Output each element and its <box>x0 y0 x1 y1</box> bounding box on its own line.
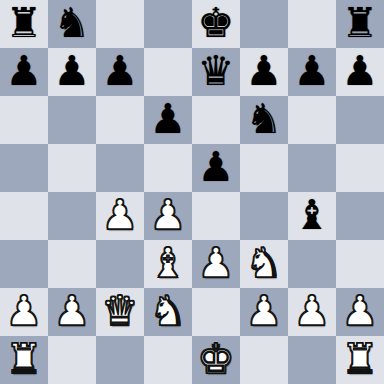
square-f7[interactable]: ♟ <box>240 48 288 96</box>
square-e5[interactable]: ♟ <box>192 144 240 192</box>
square-b7[interactable]: ♟ <box>48 48 96 96</box>
chess-board: ♜♞♚♜♟♟♟♛♟♟♟♟♞♟♟♟♝♝♟♞♟♟♛♞♟♟♟♜♚♜ <box>0 0 384 384</box>
piece-white-knight[interactable]: ♞ <box>150 288 187 335</box>
square-d4[interactable]: ♟ <box>144 192 192 240</box>
square-e6[interactable] <box>192 96 240 144</box>
piece-black-pawn[interactable]: ♟ <box>246 48 283 95</box>
square-g5[interactable] <box>288 144 336 192</box>
piece-white-knight[interactable]: ♞ <box>246 240 283 287</box>
piece-black-rook[interactable]: ♜ <box>342 0 379 47</box>
square-g3[interactable] <box>288 240 336 288</box>
square-a7[interactable]: ♟ <box>0 48 48 96</box>
square-e2[interactable] <box>192 288 240 336</box>
square-g8[interactable] <box>288 0 336 48</box>
square-d1[interactable] <box>144 336 192 384</box>
square-a8[interactable]: ♜ <box>0 0 48 48</box>
square-a3[interactable] <box>0 240 48 288</box>
square-c1[interactable] <box>96 336 144 384</box>
piece-white-rook[interactable]: ♜ <box>6 336 43 383</box>
square-h6[interactable] <box>336 96 384 144</box>
square-f4[interactable] <box>240 192 288 240</box>
square-f8[interactable] <box>240 0 288 48</box>
square-h7[interactable]: ♟ <box>336 48 384 96</box>
piece-black-pawn[interactable]: ♟ <box>102 48 139 95</box>
piece-white-pawn[interactable]: ♟ <box>6 288 43 335</box>
square-d7[interactable] <box>144 48 192 96</box>
square-c4[interactable]: ♟ <box>96 192 144 240</box>
square-a5[interactable] <box>0 144 48 192</box>
piece-black-pawn[interactable]: ♟ <box>54 48 91 95</box>
square-c2[interactable]: ♛ <box>96 288 144 336</box>
square-h1[interactable]: ♜ <box>336 336 384 384</box>
square-f2[interactable]: ♟ <box>240 288 288 336</box>
square-e1[interactable]: ♚ <box>192 336 240 384</box>
square-h3[interactable] <box>336 240 384 288</box>
piece-black-knight[interactable]: ♞ <box>246 96 283 143</box>
piece-white-pawn[interactable]: ♟ <box>150 192 187 239</box>
square-f5[interactable] <box>240 144 288 192</box>
piece-black-pawn[interactable]: ♟ <box>150 96 187 143</box>
square-d2[interactable]: ♞ <box>144 288 192 336</box>
square-c7[interactable]: ♟ <box>96 48 144 96</box>
square-e4[interactable] <box>192 192 240 240</box>
square-b1[interactable] <box>48 336 96 384</box>
square-f1[interactable] <box>240 336 288 384</box>
square-d5[interactable] <box>144 144 192 192</box>
square-b5[interactable] <box>48 144 96 192</box>
piece-black-pawn[interactable]: ♟ <box>342 48 379 95</box>
square-c5[interactable] <box>96 144 144 192</box>
piece-white-pawn[interactable]: ♟ <box>198 240 235 287</box>
square-c8[interactable] <box>96 0 144 48</box>
square-b6[interactable] <box>48 96 96 144</box>
square-b4[interactable] <box>48 192 96 240</box>
piece-white-queen[interactable]: ♛ <box>102 288 139 335</box>
square-h2[interactable]: ♟ <box>336 288 384 336</box>
square-e8[interactable]: ♚ <box>192 0 240 48</box>
square-d6[interactable]: ♟ <box>144 96 192 144</box>
square-g4[interactable]: ♝ <box>288 192 336 240</box>
piece-black-bishop[interactable]: ♝ <box>294 192 331 239</box>
square-a6[interactable] <box>0 96 48 144</box>
square-b8[interactable]: ♞ <box>48 0 96 48</box>
square-g1[interactable] <box>288 336 336 384</box>
square-a2[interactable]: ♟ <box>0 288 48 336</box>
piece-black-pawn[interactable]: ♟ <box>294 48 331 95</box>
square-f3[interactable]: ♞ <box>240 240 288 288</box>
piece-white-rook[interactable]: ♜ <box>342 336 379 383</box>
square-h4[interactable] <box>336 192 384 240</box>
piece-white-pawn[interactable]: ♟ <box>342 288 379 335</box>
piece-black-knight[interactable]: ♞ <box>54 0 91 47</box>
square-g6[interactable] <box>288 96 336 144</box>
square-f6[interactable]: ♞ <box>240 96 288 144</box>
piece-white-pawn[interactable]: ♟ <box>54 288 91 335</box>
square-e3[interactable]: ♟ <box>192 240 240 288</box>
square-d3[interactable]: ♝ <box>144 240 192 288</box>
square-c3[interactable] <box>96 240 144 288</box>
square-d8[interactable] <box>144 0 192 48</box>
square-e7[interactable]: ♛ <box>192 48 240 96</box>
square-b3[interactable] <box>48 240 96 288</box>
square-h5[interactable] <box>336 144 384 192</box>
square-a4[interactable] <box>0 192 48 240</box>
square-h8[interactable]: ♜ <box>336 0 384 48</box>
piece-white-king[interactable]: ♚ <box>198 336 235 383</box>
square-b2[interactable]: ♟ <box>48 288 96 336</box>
square-a1[interactable]: ♜ <box>0 336 48 384</box>
piece-black-pawn[interactable]: ♟ <box>198 144 235 191</box>
piece-black-queen[interactable]: ♛ <box>198 48 235 95</box>
square-g7[interactable]: ♟ <box>288 48 336 96</box>
piece-black-king[interactable]: ♚ <box>198 0 235 47</box>
square-c6[interactable] <box>96 96 144 144</box>
piece-white-bishop[interactable]: ♝ <box>150 240 187 287</box>
piece-black-rook[interactable]: ♜ <box>6 0 43 47</box>
piece-black-pawn[interactable]: ♟ <box>6 48 43 95</box>
square-g2[interactable]: ♟ <box>288 288 336 336</box>
piece-white-pawn[interactable]: ♟ <box>246 288 283 335</box>
piece-white-pawn[interactable]: ♟ <box>102 192 139 239</box>
piece-white-pawn[interactable]: ♟ <box>294 288 331 335</box>
